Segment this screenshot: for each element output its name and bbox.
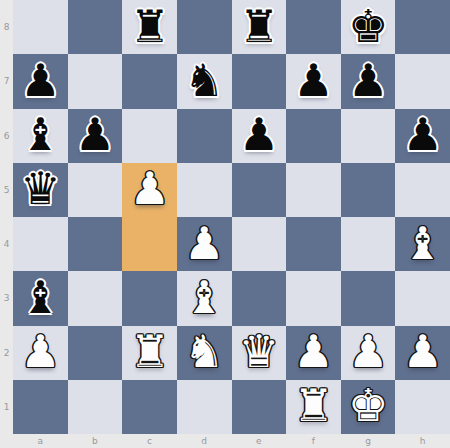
square-g6[interactable]	[341, 109, 396, 163]
piece-white-king[interactable]: ♚	[348, 383, 388, 428]
square-b6[interactable]: ♟	[68, 109, 123, 163]
square-b7[interactable]	[68, 54, 123, 108]
rank-label-7: 7	[0, 54, 13, 108]
rank-coordinates: 87654321	[0, 0, 13, 434]
square-e5[interactable]	[232, 163, 287, 217]
square-e7[interactable]	[232, 54, 287, 108]
piece-white-bishop[interactable]: ♝	[403, 221, 443, 266]
square-h6[interactable]: ♟	[395, 109, 450, 163]
square-h8[interactable]	[395, 0, 450, 54]
square-e8[interactable]: ♜	[232, 0, 287, 54]
square-e2[interactable]: ♛	[232, 326, 287, 380]
file-label-d: d	[177, 434, 232, 448]
square-c4[interactable]	[122, 217, 177, 271]
square-c7[interactable]	[122, 54, 177, 108]
file-label-h: h	[395, 434, 450, 448]
square-b1[interactable]	[68, 380, 123, 434]
square-g5[interactable]	[341, 163, 396, 217]
square-f4[interactable]	[286, 217, 341, 271]
square-b4[interactable]	[68, 217, 123, 271]
file-coordinates: abcdefgh	[13, 434, 450, 448]
piece-white-pawn[interactable]: ♟	[129, 166, 169, 211]
piece-white-rook[interactable]: ♜	[129, 329, 169, 374]
file-label-b: b	[68, 434, 123, 448]
square-a6[interactable]: ♝	[13, 109, 68, 163]
square-b2[interactable]	[68, 326, 123, 380]
square-h3[interactable]	[395, 271, 450, 325]
square-e6[interactable]: ♟	[232, 109, 287, 163]
rank-label-2: 2	[0, 326, 13, 380]
square-e3[interactable]	[232, 271, 287, 325]
square-a7[interactable]: ♟	[13, 54, 68, 108]
piece-black-pawn[interactable]: ♟	[293, 58, 333, 103]
piece-white-pawn[interactable]: ♟	[403, 329, 443, 374]
file-label-c: c	[122, 434, 177, 448]
piece-black-pawn[interactable]: ♟	[239, 112, 279, 157]
square-f7[interactable]: ♟	[286, 54, 341, 108]
file-label-g: g	[341, 434, 396, 448]
square-c3[interactable]	[122, 271, 177, 325]
rank-label-6: 6	[0, 109, 13, 163]
piece-black-bishop[interactable]: ♝	[20, 112, 60, 157]
square-d4[interactable]: ♟	[177, 217, 232, 271]
piece-white-pawn[interactable]: ♟	[20, 329, 60, 374]
square-a5[interactable]: ♛	[13, 163, 68, 217]
rank-label-4: 4	[0, 217, 13, 271]
piece-black-queen[interactable]: ♛	[20, 166, 60, 211]
square-h2[interactable]: ♟	[395, 326, 450, 380]
piece-black-knight[interactable]: ♞	[184, 58, 224, 103]
square-d1[interactable]	[177, 380, 232, 434]
square-f5[interactable]	[286, 163, 341, 217]
square-g3[interactable]	[341, 271, 396, 325]
piece-white-pawn[interactable]: ♟	[184, 221, 224, 266]
chess-board: ♜♜♚♟♞♟♟♝♟♟♟♛♟♟♝♝♝♟♜♞♛♟♟♟♜♚	[13, 0, 450, 434]
file-label-a: a	[13, 434, 68, 448]
square-e1[interactable]	[232, 380, 287, 434]
square-h1[interactable]	[395, 380, 450, 434]
square-f8[interactable]	[286, 0, 341, 54]
square-c5[interactable]: ♟	[122, 163, 177, 217]
piece-black-rook[interactable]: ♜	[239, 4, 279, 49]
square-f1[interactable]: ♜	[286, 380, 341, 434]
piece-black-pawn[interactable]: ♟	[75, 112, 115, 157]
file-label-f: f	[286, 434, 341, 448]
square-c8[interactable]: ♜	[122, 0, 177, 54]
square-h4[interactable]: ♝	[395, 217, 450, 271]
piece-white-pawn[interactable]: ♟	[293, 329, 333, 374]
square-h5[interactable]	[395, 163, 450, 217]
square-g2[interactable]: ♟	[341, 326, 396, 380]
square-g8[interactable]: ♚	[341, 0, 396, 54]
piece-black-bishop[interactable]: ♝	[20, 275, 60, 320]
rank-label-3: 3	[0, 271, 13, 325]
square-g4[interactable]	[341, 217, 396, 271]
square-c1[interactable]	[122, 380, 177, 434]
square-a1[interactable]	[13, 380, 68, 434]
chess-board-app: ♜♜♚♟♞♟♟♝♟♟♟♛♟♟♝♝♝♟♜♞♛♟♟♟♜♚ 87654321 abcd…	[0, 0, 450, 448]
square-g7[interactable]: ♟	[341, 54, 396, 108]
piece-black-pawn[interactable]: ♟	[403, 112, 443, 157]
square-d6[interactable]	[177, 109, 232, 163]
square-b5[interactable]	[68, 163, 123, 217]
square-g1[interactable]: ♚	[341, 380, 396, 434]
square-f2[interactable]: ♟	[286, 326, 341, 380]
piece-black-king[interactable]: ♚	[348, 4, 388, 49]
square-a2[interactable]: ♟	[13, 326, 68, 380]
piece-white-knight[interactable]: ♞	[184, 329, 224, 374]
piece-black-pawn[interactable]: ♟	[20, 58, 60, 103]
square-d5[interactable]	[177, 163, 232, 217]
rank-label-8: 8	[0, 0, 13, 54]
square-f3[interactable]	[286, 271, 341, 325]
square-d7[interactable]: ♞	[177, 54, 232, 108]
square-d8[interactable]	[177, 0, 232, 54]
square-a8[interactable]	[13, 0, 68, 54]
square-d2[interactable]: ♞	[177, 326, 232, 380]
piece-white-rook[interactable]: ♜	[293, 383, 333, 428]
square-c2[interactable]: ♜	[122, 326, 177, 380]
square-c6[interactable]	[122, 109, 177, 163]
piece-black-rook[interactable]: ♜	[129, 4, 169, 49]
piece-black-pawn[interactable]: ♟	[348, 58, 388, 103]
file-label-e: e	[232, 434, 287, 448]
square-d3[interactable]: ♝	[177, 271, 232, 325]
square-h7[interactable]	[395, 54, 450, 108]
piece-white-pawn[interactable]: ♟	[348, 329, 388, 374]
piece-white-bishop[interactable]: ♝	[184, 275, 224, 320]
square-f6[interactable]	[286, 109, 341, 163]
square-a4[interactable]	[13, 217, 68, 271]
square-a3[interactable]: ♝	[13, 271, 68, 325]
square-b3[interactable]	[68, 271, 123, 325]
square-b8[interactable]	[68, 0, 123, 54]
square-e4[interactable]	[232, 217, 287, 271]
rank-label-1: 1	[0, 380, 13, 434]
piece-white-queen[interactable]: ♛	[239, 329, 279, 374]
rank-label-5: 5	[0, 163, 13, 217]
